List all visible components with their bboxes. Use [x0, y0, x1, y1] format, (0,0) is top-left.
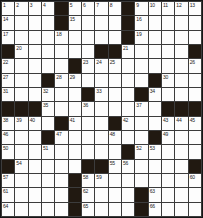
grid-cell[interactable]: 65: [82, 203, 94, 216]
grid-cell[interactable]: 61: [2, 188, 14, 201]
clue-number: 1: [3, 2, 6, 8]
grid-cell[interactable]: [162, 31, 174, 44]
grid-cell[interactable]: [135, 160, 147, 173]
grid-cell[interactable]: [189, 203, 201, 216]
clue-number: 38: [3, 117, 8, 123]
grid-cell[interactable]: 57: [2, 174, 14, 187]
grid-cell[interactable]: 1: [2, 2, 14, 15]
grid-cell[interactable]: [122, 59, 134, 72]
grid-cell[interactable]: [55, 88, 67, 101]
grid-cell[interactable]: [29, 88, 41, 101]
black-cell: [2, 160, 14, 173]
grid-cell[interactable]: [109, 102, 121, 115]
grid-cell[interactable]: [189, 16, 201, 29]
black-cell: [189, 102, 201, 115]
black-cell: [2, 102, 14, 115]
grid-cell[interactable]: 20: [15, 45, 27, 58]
grid-cell[interactable]: 26: [189, 59, 201, 72]
grid-cell[interactable]: 46: [2, 131, 14, 144]
clue-number: 33: [96, 88, 101, 94]
grid-cell[interactable]: 19: [135, 31, 147, 44]
clue-number: 35: [43, 102, 48, 108]
grid-cell[interactable]: 50: [2, 145, 14, 158]
grid-cell[interactable]: [69, 45, 81, 58]
grid-cell[interactable]: 7: [95, 2, 107, 15]
grid-cell[interactable]: [42, 117, 54, 130]
grid-cell[interactable]: 12: [175, 2, 187, 15]
grid-cell[interactable]: 59: [95, 174, 107, 187]
clue-number: 58: [83, 174, 88, 180]
clue-number: 11: [163, 2, 168, 8]
grid-cell[interactable]: [42, 59, 54, 72]
black-cell: [69, 174, 81, 187]
clue-number: 55: [110, 160, 115, 166]
grid-cell[interactable]: [122, 188, 134, 201]
grid-cell[interactable]: [149, 45, 161, 58]
grid-cell[interactable]: [162, 160, 174, 173]
clue-number: 34: [150, 88, 155, 94]
grid-cell[interactable]: [29, 59, 41, 72]
black-cell: [122, 31, 134, 44]
grid-cell[interactable]: [109, 188, 121, 201]
grid-cell[interactable]: [55, 102, 67, 115]
grid-cell[interactable]: 16: [135, 16, 147, 29]
grid-cell[interactable]: [69, 31, 81, 44]
clue-number: 49: [163, 131, 168, 137]
grid-cell[interactable]: [15, 131, 27, 144]
crossword-grid: 1234567891011121314151617181920212223242…: [0, 0, 203, 218]
clue-number: 30: [163, 74, 168, 80]
grid-cell[interactable]: 32: [42, 88, 54, 101]
grid-cell[interactable]: [29, 188, 41, 201]
clue-number: 13: [190, 2, 195, 8]
grid-cell[interactable]: 6: [82, 2, 94, 15]
grid-cell[interactable]: [69, 131, 81, 144]
grid-cell[interactable]: 55: [109, 160, 121, 173]
grid-cell[interactable]: [95, 74, 107, 87]
clue-number: 36: [83, 102, 88, 108]
grid-cell[interactable]: [29, 203, 41, 216]
clue-number: 39: [16, 117, 21, 123]
grid-cell[interactable]: [189, 74, 201, 87]
black-cell: [189, 45, 201, 58]
grid-cell[interactable]: 42: [122, 117, 134, 130]
black-cell: [69, 188, 81, 201]
black-cell: [149, 131, 161, 144]
grid-cell[interactable]: [42, 174, 54, 187]
clue-number: 57: [3, 174, 8, 180]
grid-cell[interactable]: [42, 31, 54, 44]
grid-cell[interactable]: [42, 203, 54, 216]
clue-number: 8: [110, 2, 113, 8]
grid-cell[interactable]: 49: [162, 131, 174, 144]
grid-cell[interactable]: [69, 160, 81, 173]
clue-number: 5: [70, 2, 73, 8]
grid-cell[interactable]: [15, 188, 27, 201]
grid-cell[interactable]: [122, 74, 134, 87]
grid-cell[interactable]: [122, 88, 134, 101]
grid-cell[interactable]: [109, 74, 121, 87]
black-cell: [109, 117, 121, 130]
black-cell: [15, 102, 27, 115]
clue-number: 64: [3, 203, 8, 209]
grid-cell[interactable]: [162, 203, 174, 216]
grid-cell[interactable]: [175, 174, 187, 187]
clue-number: 32: [43, 88, 48, 94]
clue-number: 15: [70, 16, 75, 22]
grid-cell[interactable]: [122, 131, 134, 144]
grid-cell[interactable]: [95, 31, 107, 44]
clue-number: 63: [150, 188, 155, 194]
grid-cell[interactable]: [109, 174, 121, 187]
clue-number: 28: [56, 74, 61, 80]
black-cell: [189, 160, 201, 173]
grid-cell[interactable]: [29, 174, 41, 187]
grid-cell[interactable]: [149, 31, 161, 44]
grid-cell[interactable]: 51: [42, 145, 54, 158]
grid-cell[interactable]: [82, 131, 94, 144]
grid-cell[interactable]: [15, 74, 27, 87]
grid-cell[interactable]: [189, 88, 201, 101]
grid-cell[interactable]: [175, 45, 187, 58]
grid-cell[interactable]: [135, 117, 147, 130]
grid-cell[interactable]: [149, 59, 161, 72]
grid-cell[interactable]: 8: [109, 2, 121, 15]
grid-cell[interactable]: [175, 203, 187, 216]
grid-cell[interactable]: [29, 131, 41, 144]
clue-number: 10: [150, 2, 155, 8]
grid-cell[interactable]: [29, 31, 41, 44]
clue-number: 41: [70, 117, 75, 123]
grid-cell[interactable]: 66: [149, 203, 161, 216]
grid-cell[interactable]: 29: [69, 74, 81, 87]
grid-cell[interactable]: 62: [82, 188, 94, 201]
grid-cell[interactable]: [95, 188, 107, 201]
black-cell: [82, 160, 94, 173]
grid-cell[interactable]: [149, 16, 161, 29]
black-cell: [69, 59, 81, 72]
black-cell: [2, 45, 14, 58]
clue-number: 16: [136, 16, 141, 22]
grid-cell[interactable]: [175, 31, 187, 44]
clue-number: 29: [70, 74, 75, 80]
grid-cell[interactable]: [109, 203, 121, 216]
grid-cell[interactable]: [55, 174, 67, 187]
clue-number: 18: [56, 31, 61, 37]
black-cell: [95, 160, 107, 173]
grid-cell[interactable]: [135, 45, 147, 58]
grid-cell[interactable]: 14: [2, 16, 14, 29]
clue-number: 48: [110, 131, 115, 137]
grid-cell[interactable]: 52: [135, 145, 147, 158]
grid-cell[interactable]: 64: [2, 203, 14, 216]
clue-number: 37: [136, 102, 141, 108]
clue-number: 61: [3, 188, 8, 194]
grid-cell[interactable]: 15: [69, 16, 81, 29]
grid-cell[interactable]: [149, 174, 161, 187]
grid-cell[interactable]: [15, 59, 27, 72]
clue-number: 40: [30, 117, 35, 123]
black-cell: [42, 131, 54, 144]
grid-cell[interactable]: [55, 45, 67, 58]
black-cell: [135, 188, 147, 201]
black-cell: [122, 16, 134, 29]
clue-number: 7: [96, 2, 99, 8]
clue-number: 60: [190, 174, 195, 180]
black-cell: [42, 74, 54, 87]
grid-cell[interactable]: [82, 45, 94, 58]
black-cell: [95, 45, 107, 58]
black-cell: [135, 88, 147, 101]
grid-cell[interactable]: 40: [29, 117, 41, 130]
grid-cell[interactable]: 30: [162, 74, 174, 87]
grid-cell[interactable]: [109, 31, 121, 44]
clue-number: 42: [123, 117, 128, 123]
clue-number: 43: [163, 117, 168, 123]
grid-cell[interactable]: 33: [95, 88, 107, 101]
clue-number: 14: [3, 16, 8, 22]
clue-number: 56: [123, 160, 128, 166]
grid-cell[interactable]: [29, 74, 41, 87]
grid-cell[interactable]: [189, 188, 201, 201]
grid-cell[interactable]: 31: [2, 88, 14, 101]
grid-cell[interactable]: [149, 117, 161, 130]
grid-cell[interactable]: [135, 74, 147, 87]
grid-cell[interactable]: [162, 188, 174, 201]
grid-cell[interactable]: [15, 16, 27, 29]
clue-number: 19: [136, 31, 141, 37]
black-cell: [29, 102, 41, 115]
grid-cell[interactable]: [175, 16, 187, 29]
grid-cell[interactable]: [162, 16, 174, 29]
clue-number: 26: [190, 59, 195, 65]
grid-cell[interactable]: [69, 102, 81, 115]
grid-cell[interactable]: 63: [149, 188, 161, 201]
grid-cell[interactable]: [15, 203, 27, 216]
grid-cell[interactable]: [55, 59, 67, 72]
grid-cell[interactable]: [29, 160, 41, 173]
grid-cell[interactable]: 10: [149, 2, 161, 15]
grid-cell[interactable]: [15, 31, 27, 44]
black-cell: [55, 117, 67, 130]
clue-number: 62: [83, 188, 88, 194]
grid-cell[interactable]: 56: [122, 160, 134, 173]
clue-number: 12: [176, 2, 181, 8]
grid-cell[interactable]: [82, 117, 94, 130]
clue-number: 65: [83, 203, 88, 209]
clue-number: 24: [96, 59, 101, 65]
clue-number: 23: [83, 59, 88, 65]
black-cell: [55, 2, 67, 15]
grid-cell[interactable]: [109, 88, 121, 101]
clue-number: 59: [96, 174, 101, 180]
grid-cell[interactable]: [55, 145, 67, 158]
grid-cell[interactable]: [175, 59, 187, 72]
grid-cell[interactable]: [29, 145, 41, 158]
clue-number: 17: [3, 31, 8, 37]
grid-cell[interactable]: 18: [55, 31, 67, 44]
clue-number: 51: [43, 145, 48, 151]
grid-cell[interactable]: 60: [189, 174, 201, 187]
grid-cell[interactable]: [175, 131, 187, 144]
grid-cell[interactable]: 43: [162, 117, 174, 130]
grid-cell[interactable]: 48: [109, 131, 121, 144]
clue-number: 9: [136, 2, 139, 8]
grid-cell[interactable]: [42, 45, 54, 58]
grid-cell[interactable]: 34: [149, 88, 161, 101]
grid-cell[interactable]: 38: [2, 117, 14, 130]
grid-cell[interactable]: 17: [2, 31, 14, 44]
grid-cell[interactable]: [15, 174, 27, 187]
black-cell: [149, 74, 161, 87]
grid-cell[interactable]: 53: [149, 145, 161, 158]
grid-cell[interactable]: [55, 188, 67, 201]
black-cell: [175, 102, 187, 115]
grid-cell[interactable]: [149, 160, 161, 173]
grid-cell[interactable]: 47: [55, 131, 67, 144]
grid-cell[interactable]: 45: [189, 117, 201, 130]
grid-cell[interactable]: [189, 145, 201, 158]
grid-cell[interactable]: [82, 74, 94, 87]
clue-number: 52: [136, 145, 141, 151]
grid-cell[interactable]: [15, 88, 27, 101]
grid-cell[interactable]: [55, 160, 67, 173]
grid-cell[interactable]: [162, 145, 174, 158]
grid-cell[interactable]: [135, 59, 147, 72]
grid-cell[interactable]: [189, 131, 201, 144]
black-cell: [82, 88, 94, 101]
grid-cell[interactable]: 5: [69, 2, 81, 15]
grid-cell[interactable]: 22: [2, 59, 14, 72]
grid-cell[interactable]: 9: [135, 2, 147, 15]
grid-cell[interactable]: [109, 145, 121, 158]
clue-number: 46: [3, 131, 8, 137]
black-cell: [55, 16, 67, 29]
clue-number: 54: [16, 160, 21, 166]
grid-cell[interactable]: [162, 59, 174, 72]
grid-cell[interactable]: [175, 145, 187, 158]
grid-cell[interactable]: [122, 203, 134, 216]
grid-cell[interactable]: [42, 16, 54, 29]
grid-cell[interactable]: 27: [2, 74, 14, 87]
grid-cell[interactable]: [109, 16, 121, 29]
grid-cell[interactable]: 41: [69, 117, 81, 130]
grid-cell[interactable]: [95, 203, 107, 216]
grid-cell[interactable]: [69, 145, 81, 158]
grid-cell[interactable]: [135, 131, 147, 144]
black-cell: [109, 45, 121, 58]
grid-cell[interactable]: 25: [109, 59, 121, 72]
grid-cell[interactable]: 39: [15, 117, 27, 130]
clue-number: 53: [150, 145, 155, 151]
grid-cell[interactable]: [175, 88, 187, 101]
grid-cell[interactable]: 28: [55, 74, 67, 87]
grid-cell[interactable]: [42, 188, 54, 201]
grid-cell[interactable]: [162, 45, 174, 58]
grid-cell[interactable]: 11: [162, 2, 174, 15]
grid-cell[interactable]: 36: [82, 102, 94, 115]
clue-number: 6: [83, 2, 86, 8]
grid-cell[interactable]: [69, 88, 81, 101]
clue-number: 2: [16, 2, 19, 8]
black-cell: [162, 102, 174, 115]
grid-cell[interactable]: [149, 102, 161, 115]
grid-cell[interactable]: 58: [82, 174, 94, 187]
grid-cell[interactable]: 54: [15, 160, 27, 173]
grid-cell[interactable]: [29, 16, 41, 29]
grid-cell[interactable]: [82, 145, 94, 158]
grid-cell[interactable]: [175, 74, 187, 87]
grid-cell[interactable]: 2: [15, 2, 27, 15]
clue-number: 27: [3, 74, 8, 80]
grid-cell[interactable]: [15, 145, 27, 158]
grid-cell[interactable]: 37: [135, 102, 147, 115]
black-cell: [122, 145, 134, 158]
grid-cell[interactable]: [162, 174, 174, 187]
grid-cell[interactable]: 4: [42, 2, 54, 15]
black-cell: [122, 2, 134, 15]
grid-cell[interactable]: [122, 174, 134, 187]
clue-number: 21: [123, 45, 128, 51]
grid-cell[interactable]: [29, 45, 41, 58]
grid-cell[interactable]: 13: [189, 2, 201, 15]
grid-cell[interactable]: [175, 160, 187, 173]
grid-cell[interactable]: 35: [42, 102, 54, 115]
grid-cell[interactable]: 21: [122, 45, 134, 58]
grid-cell[interactable]: [82, 16, 94, 29]
clue-number: 44: [176, 117, 181, 123]
clue-number: 20: [16, 45, 21, 51]
grid-cell[interactable]: [189, 31, 201, 44]
grid-cell[interactable]: [162, 88, 174, 101]
black-cell: [69, 203, 81, 216]
grid-cell[interactable]: 3: [29, 2, 41, 15]
clue-number: 47: [56, 131, 61, 137]
clue-number: 50: [3, 145, 8, 151]
grid-cell[interactable]: [122, 102, 134, 115]
grid-cell[interactable]: [95, 102, 107, 115]
clue-number: 45: [190, 117, 195, 123]
clue-number: 22: [3, 59, 8, 65]
grid-cell[interactable]: [135, 174, 147, 187]
clue-number: 3: [30, 2, 33, 8]
grid-cell[interactable]: [95, 117, 107, 130]
clue-number: 31: [3, 88, 8, 94]
grid-cell[interactable]: 44: [175, 117, 187, 130]
grid-cell[interactable]: 24: [95, 59, 107, 72]
grid-cell[interactable]: [42, 160, 54, 173]
grid-cell[interactable]: [82, 31, 94, 44]
clue-number: 25: [110, 59, 115, 65]
grid-cell[interactable]: [55, 203, 67, 216]
grid-cell[interactable]: [95, 131, 107, 144]
clue-number: 66: [150, 203, 155, 209]
grid-cell[interactable]: 23: [82, 59, 94, 72]
grid-cell[interactable]: [95, 145, 107, 158]
grid-cell[interactable]: [95, 16, 107, 29]
grid-cell[interactable]: [175, 188, 187, 201]
black-cell: [135, 203, 147, 216]
clue-number: 4: [43, 2, 46, 8]
